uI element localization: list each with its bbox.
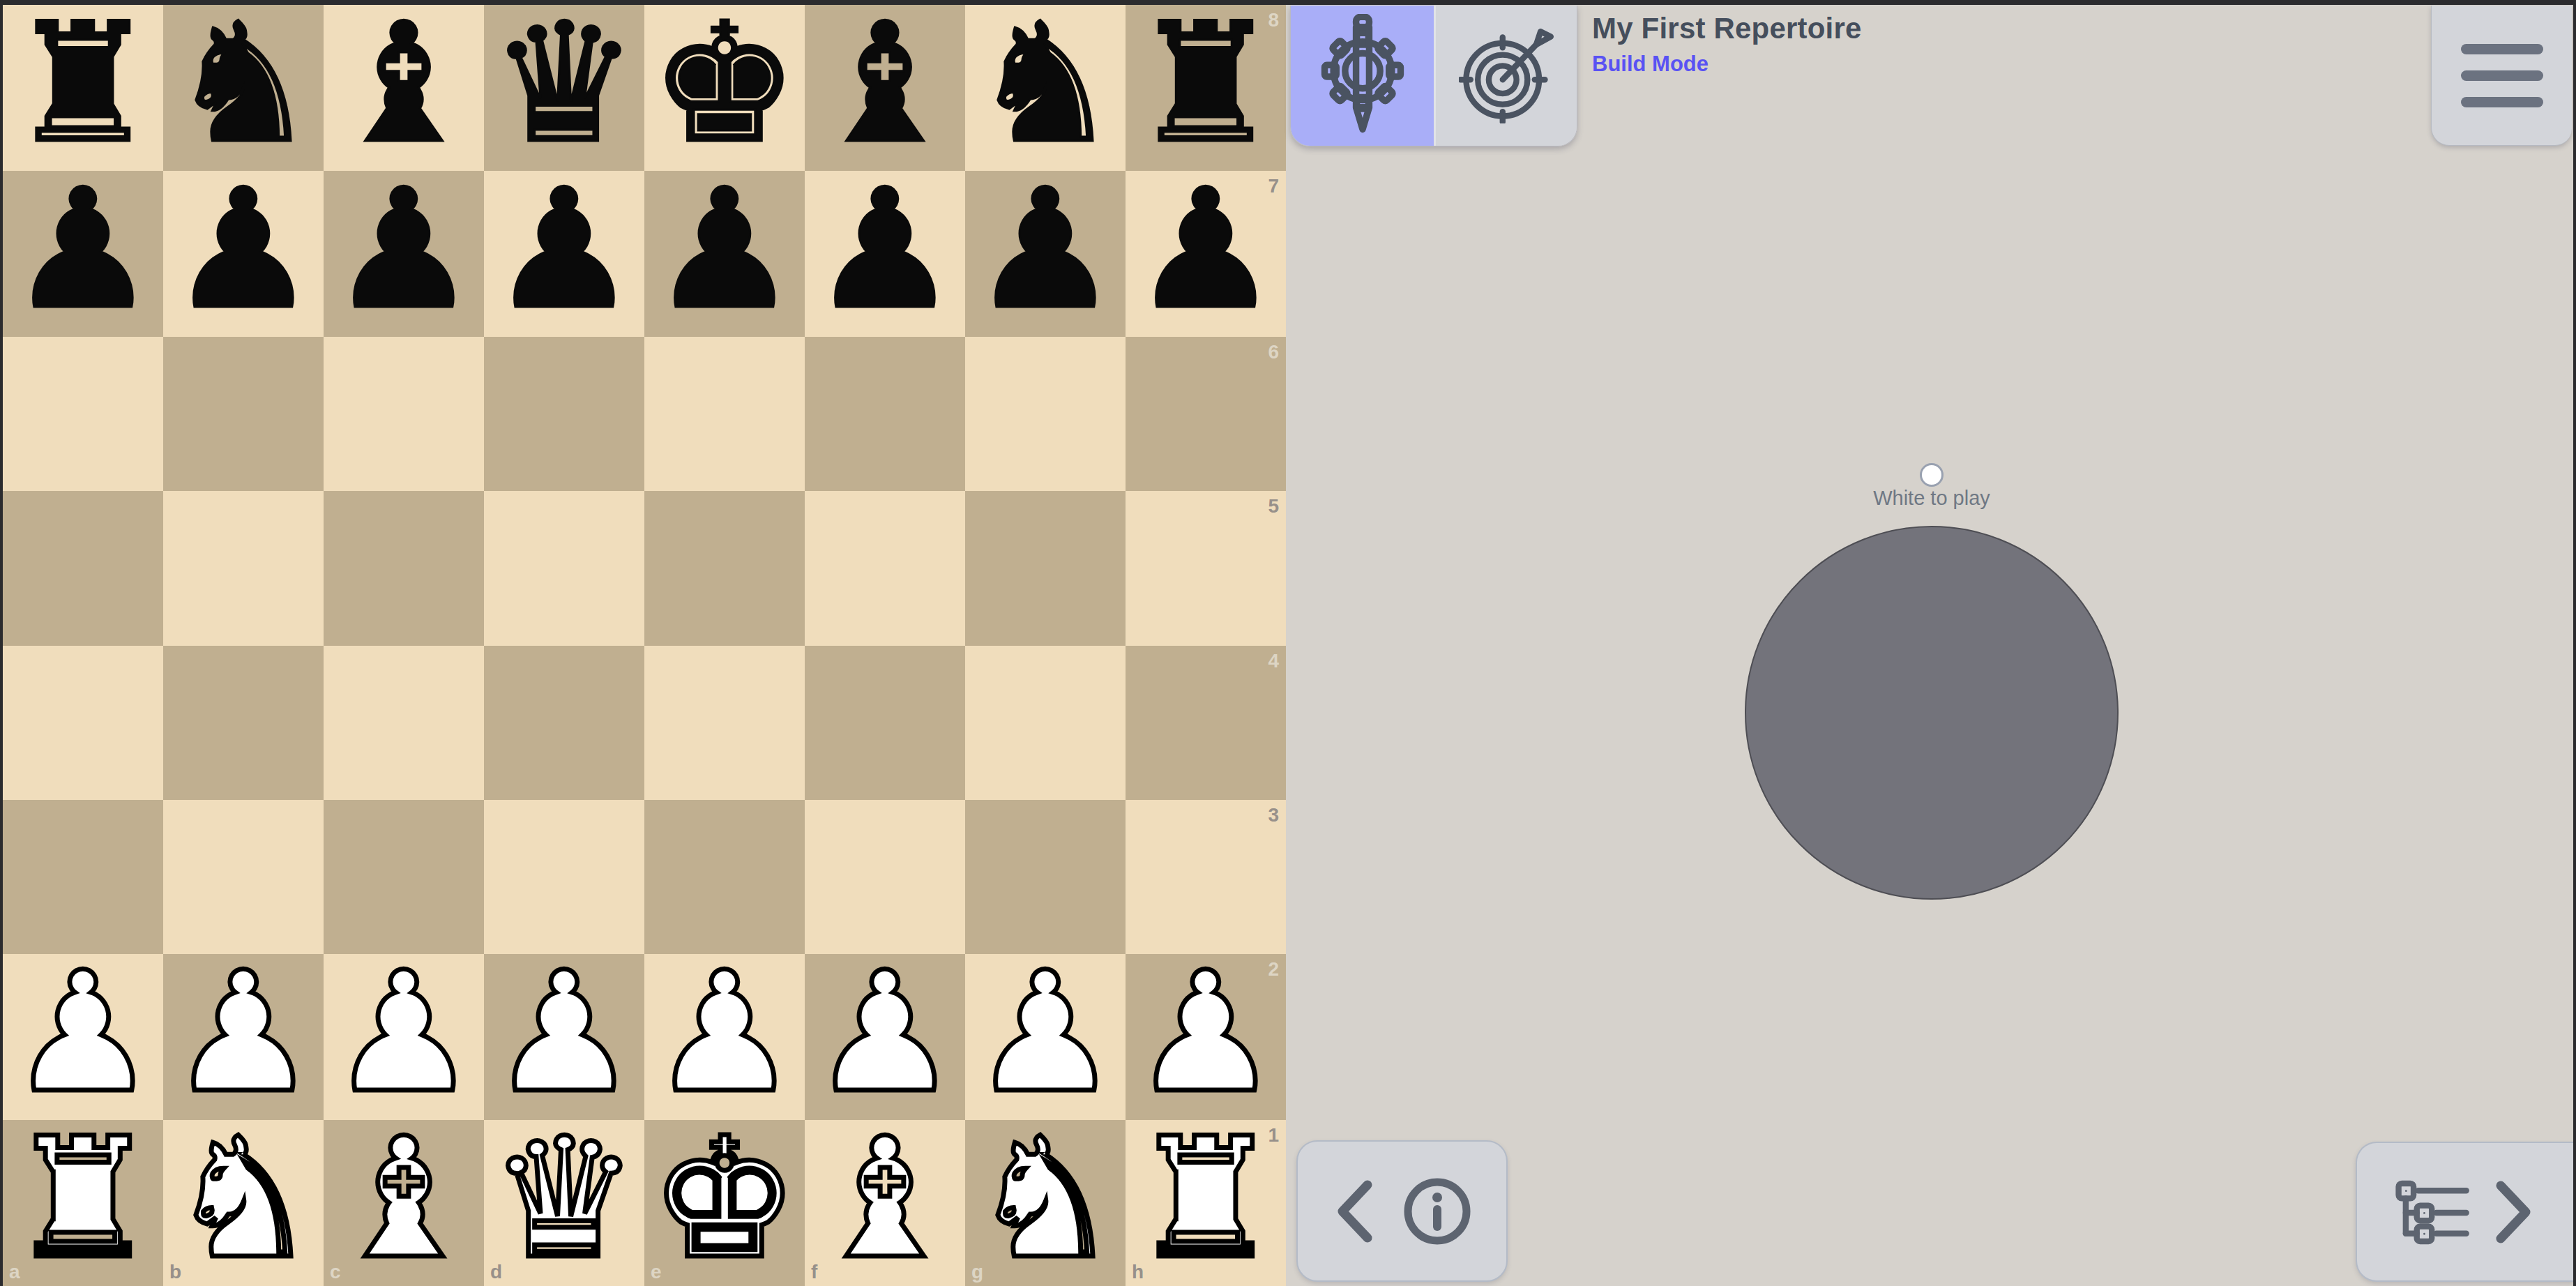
square-h2[interactable]: 2♟ (1126, 954, 1286, 1120)
rank-label: 5 (1268, 497, 1279, 516)
results-circle (1745, 526, 2119, 900)
rank-label: 3 (1268, 805, 1279, 825)
rank-label: 4 (1268, 651, 1279, 671)
page-title: My First Repertoire (1592, 12, 1862, 45)
piece-black-pawn[interactable]: ♟ (650, 167, 798, 333)
square-e5[interactable] (644, 491, 805, 645)
square-a4[interactable] (3, 646, 163, 800)
square-c1[interactable]: c♝ (324, 1120, 484, 1286)
chess-board: ♜♞♝♛♚♝♞8♜♟♟♟♟♟♟♟7♟6543♟♟♟♟♟♟♟2♟a♜b♞c♝d♛e… (3, 5, 1286, 1286)
square-f5[interactable] (805, 491, 965, 645)
piece-black-knight[interactable]: ♞ (169, 1, 317, 167)
square-d1[interactable]: d♛ (484, 1120, 644, 1286)
piece-white-knight[interactable]: ♞ (169, 1116, 317, 1282)
square-d7[interactable]: ♟ (484, 171, 644, 337)
square-g6[interactable] (965, 337, 1126, 491)
side-panel: My First Repertoire Build Mode White to … (1286, 5, 2573, 1286)
square-h4[interactable]: 4 (1126, 646, 1286, 800)
target-dart-icon (1459, 29, 1554, 123)
square-g7[interactable]: ♟ (965, 171, 1126, 337)
piece-white-pawn[interactable]: ♟ (490, 950, 638, 1116)
square-f1[interactable]: f♝ (805, 1120, 965, 1286)
piece-white-pawn[interactable]: ♟ (971, 950, 1119, 1116)
piece-white-pawn[interactable]: ♟ (169, 950, 317, 1116)
window-top-bar (0, 0, 2576, 5)
piece-black-king[interactable]: ♚ (650, 1, 798, 167)
gear-pencil-icon (1318, 14, 1407, 138)
piece-white-pawn[interactable]: ♟ (810, 950, 959, 1116)
piece-white-king[interactable]: ♚ (650, 1116, 798, 1282)
square-g2[interactable]: ♟ (965, 954, 1126, 1120)
square-f4[interactable] (805, 646, 965, 800)
repertoire-header: My First Repertoire Build Mode (1592, 12, 1862, 77)
square-b8[interactable]: ♞ (163, 5, 324, 171)
practice-mode-button[interactable] (1434, 6, 1577, 146)
square-f2[interactable]: ♟ (805, 954, 965, 1120)
piece-black-pawn[interactable]: ♟ (329, 167, 478, 333)
square-c8[interactable]: ♝ (324, 5, 484, 171)
info-button[interactable] (1402, 1177, 1472, 1246)
square-a1[interactable]: a♜ (3, 1120, 163, 1286)
piece-black-rook[interactable]: ♜ (8, 1, 157, 167)
square-e8[interactable]: ♚ (644, 5, 805, 171)
square-g4[interactable] (965, 646, 1126, 800)
bottom-right-toolbar (2356, 1142, 2573, 1282)
mode-subtitle: Build Mode (1592, 52, 1862, 77)
piece-black-knight[interactable]: ♞ (971, 1, 1119, 167)
square-c2[interactable]: ♟ (324, 954, 484, 1120)
piece-white-pawn[interactable]: ♟ (8, 950, 157, 1116)
square-h6[interactable]: 6 (1126, 337, 1286, 491)
window-left-edge (0, 0, 3, 1286)
piece-black-queen[interactable]: ♛ (490, 1, 638, 167)
forward-button[interactable] (2491, 1180, 2536, 1244)
turn-indicator-white-circle (1920, 463, 1944, 487)
bottom-left-toolbar (1296, 1140, 1508, 1282)
piece-black-pawn[interactable]: ♟ (490, 167, 638, 333)
piece-white-knight[interactable]: ♞ (971, 1116, 1119, 1282)
square-f6[interactable] (805, 337, 965, 491)
square-d5[interactable] (484, 491, 644, 645)
square-g3[interactable] (965, 800, 1126, 954)
square-h3[interactable]: 3 (1126, 800, 1286, 954)
window-right-edge (2573, 0, 2576, 1286)
piece-white-queen[interactable]: ♛ (490, 1116, 638, 1282)
square-h7[interactable]: 7♟ (1126, 171, 1286, 337)
hamburger-icon (2461, 44, 2543, 54)
square-d6[interactable] (484, 337, 644, 491)
square-f7[interactable]: ♟ (805, 171, 965, 337)
square-e7[interactable]: ♟ (644, 171, 805, 337)
piece-white-bishop[interactable]: ♝ (329, 1116, 478, 1282)
square-b2[interactable]: ♟ (163, 954, 324, 1120)
square-c5[interactable] (324, 491, 484, 645)
turn-label: White to play (1286, 487, 2576, 510)
build-mode-button[interactable] (1291, 6, 1434, 146)
square-g1[interactable]: g♞ (965, 1120, 1126, 1286)
square-h5[interactable]: 5 (1126, 491, 1286, 645)
square-h1[interactable]: 1h♜ (1126, 1120, 1286, 1286)
square-g8[interactable]: ♞ (965, 5, 1126, 171)
square-a2[interactable]: ♟ (3, 954, 163, 1120)
square-f8[interactable]: ♝ (805, 5, 965, 171)
move-tree-button[interactable] (2395, 1179, 2473, 1245)
square-d3[interactable] (484, 800, 644, 954)
square-a5[interactable] (3, 491, 163, 645)
square-a3[interactable] (3, 800, 163, 954)
square-b1[interactable]: b♞ (163, 1120, 324, 1286)
square-c4[interactable] (324, 646, 484, 800)
piece-black-pawn[interactable]: ♟ (169, 167, 317, 333)
rank-label: 6 (1268, 342, 1279, 362)
square-f3[interactable] (805, 800, 965, 954)
square-d2[interactable]: ♟ (484, 954, 644, 1120)
chevron-right-icon (2491, 1180, 2536, 1244)
square-b4[interactable] (163, 646, 324, 800)
square-g5[interactable] (965, 491, 1126, 645)
piece-white-pawn[interactable]: ♟ (329, 950, 478, 1116)
square-a6[interactable] (3, 337, 163, 491)
square-b5[interactable] (163, 491, 324, 645)
square-e2[interactable]: ♟ (644, 954, 805, 1120)
square-e1[interactable]: e♚ (644, 1120, 805, 1286)
piece-black-pawn[interactable]: ♟ (8, 167, 157, 333)
square-d8[interactable]: ♛ (484, 5, 644, 171)
piece-black-rook[interactable]: ♜ (1131, 1, 1280, 167)
piece-black-pawn[interactable]: ♟ (1131, 167, 1280, 333)
piece-black-pawn[interactable]: ♟ (810, 167, 959, 333)
square-c7[interactable]: ♟ (324, 171, 484, 337)
piece-black-bishop[interactable]: ♝ (810, 1, 959, 167)
square-c6[interactable] (324, 337, 484, 491)
mode-switch (1290, 6, 1577, 146)
piece-white-pawn[interactable]: ♟ (1131, 950, 1280, 1116)
piece-white-rook[interactable]: ♜ (8, 1116, 157, 1282)
back-button[interactable] (1333, 1179, 1377, 1243)
piece-black-pawn[interactable]: ♟ (971, 167, 1119, 333)
square-d4[interactable] (484, 646, 644, 800)
piece-white-bishop[interactable]: ♝ (810, 1116, 959, 1282)
square-b7[interactable]: ♟ (163, 171, 324, 337)
piece-white-rook[interactable]: ♜ (1131, 1116, 1280, 1282)
square-b3[interactable] (163, 800, 324, 954)
piece-white-pawn[interactable]: ♟ (650, 950, 798, 1116)
square-e4[interactable] (644, 646, 805, 800)
chevron-left-icon (1333, 1179, 1377, 1243)
square-a7[interactable]: ♟ (3, 171, 163, 337)
info-icon (1402, 1177, 1472, 1246)
square-e6[interactable] (644, 337, 805, 491)
square-a8[interactable]: ♜ (3, 5, 163, 171)
menu-button[interactable] (2431, 6, 2572, 146)
move-tree-icon (2395, 1179, 2473, 1245)
piece-black-bishop[interactable]: ♝ (329, 1, 478, 167)
square-e3[interactable] (644, 800, 805, 954)
square-h8[interactable]: 8♜ (1126, 5, 1286, 171)
square-b6[interactable] (163, 337, 324, 491)
square-c3[interactable] (324, 800, 484, 954)
